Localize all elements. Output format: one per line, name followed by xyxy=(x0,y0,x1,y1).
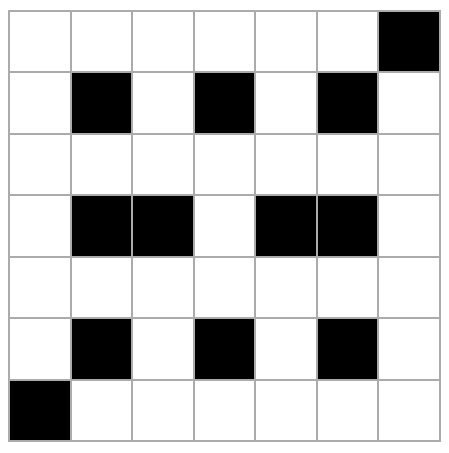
blocked-cell xyxy=(379,12,439,71)
grid-cell[interactable] xyxy=(10,73,70,132)
grid-cell[interactable] xyxy=(10,135,70,194)
page-background xyxy=(0,0,449,453)
grid-cell[interactable] xyxy=(256,381,316,440)
crossword-board xyxy=(8,10,441,442)
grid-cell[interactable] xyxy=(72,12,132,71)
grid-cell[interactable] xyxy=(379,135,439,194)
grid-cell[interactable] xyxy=(379,196,439,255)
grid-cell[interactable] xyxy=(195,196,255,255)
grid-cell[interactable] xyxy=(133,12,193,71)
grid-cell[interactable] xyxy=(379,258,439,317)
grid-cell[interactable] xyxy=(318,12,378,71)
blocked-cell xyxy=(256,196,316,255)
grid-cell[interactable] xyxy=(133,381,193,440)
grid-cell[interactable] xyxy=(256,319,316,378)
grid-cell[interactable] xyxy=(72,258,132,317)
blocked-cell xyxy=(318,73,378,132)
grid-cell[interactable] xyxy=(195,12,255,71)
blocked-cell xyxy=(72,319,132,378)
grid-cell[interactable] xyxy=(133,135,193,194)
blocked-cell xyxy=(318,196,378,255)
blocked-cell xyxy=(72,196,132,255)
grid-cell[interactable] xyxy=(72,381,132,440)
grid-cell[interactable] xyxy=(256,258,316,317)
grid-cell[interactable] xyxy=(10,319,70,378)
grid-cell[interactable] xyxy=(256,73,316,132)
grid-cell[interactable] xyxy=(195,258,255,317)
blocked-cell xyxy=(133,196,193,255)
blocked-cell xyxy=(318,319,378,378)
blocked-cell xyxy=(10,381,70,440)
grid-cell[interactable] xyxy=(10,12,70,71)
grid-cell[interactable] xyxy=(133,73,193,132)
grid-cell[interactable] xyxy=(379,319,439,378)
grid-cell[interactable] xyxy=(133,319,193,378)
grid-cell[interactable] xyxy=(318,381,378,440)
grid-cell[interactable] xyxy=(195,135,255,194)
grid-cell[interactable] xyxy=(256,12,316,71)
grid-cell[interactable] xyxy=(379,73,439,132)
grid-cell[interactable] xyxy=(133,258,193,317)
blocked-cell xyxy=(72,73,132,132)
blocked-cell xyxy=(195,73,255,132)
grid-cell[interactable] xyxy=(72,135,132,194)
grid-cell[interactable] xyxy=(318,135,378,194)
grid-cell[interactable] xyxy=(256,135,316,194)
grid-cell[interactable] xyxy=(195,381,255,440)
grid-cell[interactable] xyxy=(318,258,378,317)
grid-cell[interactable] xyxy=(379,381,439,440)
blocked-cell xyxy=(195,319,255,378)
grid-cell[interactable] xyxy=(10,258,70,317)
grid-cell[interactable] xyxy=(10,196,70,255)
